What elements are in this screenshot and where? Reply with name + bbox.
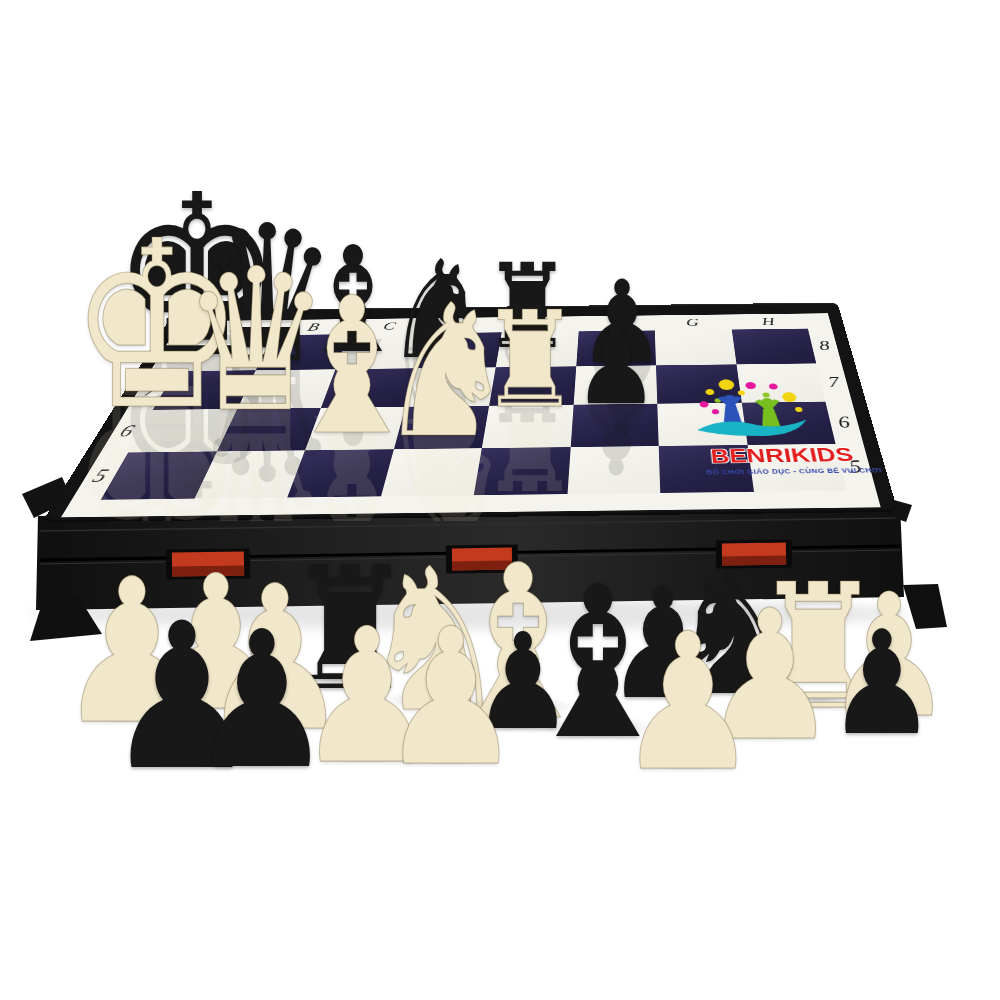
board-square-f6 [570, 404, 658, 447]
rank-label-right-8: 8 [817, 338, 831, 353]
file-label-g: G [686, 316, 700, 329]
board-square-f5 [567, 446, 660, 494]
board-square-e6 [482, 405, 573, 448]
file-label-h: H [761, 315, 776, 328]
board-square-b8 [255, 334, 348, 370]
product-photo-scene: ABCDEFGH88776655 [0, 0, 1000, 1000]
board-square-e8 [496, 331, 579, 367]
file-label-e: E [535, 318, 547, 331]
board-coordinates: ABCDEFGH88776655 [181, 313, 828, 321]
board-square-d7 [405, 367, 496, 406]
board-square-e7 [489, 366, 576, 405]
file-label-f: F [611, 317, 622, 330]
brand-name: BENRIKIDS [710, 444, 896, 468]
file-label-d: D [457, 319, 473, 332]
board-square-f7 [573, 365, 657, 404]
file-label-a: A [229, 321, 247, 334]
rank-label-left-5: 5 [88, 466, 112, 487]
rank-label-left-8: 8 [164, 346, 183, 361]
case-foot-right [903, 584, 947, 629]
board-square-g8 [655, 330, 736, 366]
board-square-d8 [416, 332, 502, 368]
board-square-b7 [237, 369, 336, 409]
rank-label-left-7: 7 [141, 382, 162, 399]
board-square-c8 [335, 333, 425, 369]
file-label-b: B [305, 320, 321, 333]
board-square-d5 [381, 448, 482, 496]
board-square-h8 [731, 329, 816, 365]
board-square-d6 [393, 406, 489, 449]
latch-center [446, 544, 518, 573]
latch-left [166, 548, 250, 579]
brand-tagline: ĐỒ CHƠI GIÁO DỤC - CÙNG BÉ VUI CHƠI [706, 466, 908, 476]
brand-logo-graphic [690, 377, 815, 444]
board-square-e5 [474, 447, 570, 495]
rank-label-right-7: 7 [826, 374, 841, 391]
board-square-c7 [321, 368, 416, 408]
rank-label-left-6: 6 [116, 422, 138, 440]
board-print: ABCDEFGH88776655 [61, 313, 881, 517]
board-square-c5 [287, 449, 393, 497]
board-square-c6 [305, 407, 405, 451]
board-square-f8 [576, 330, 656, 366]
rank-label-right-6: 6 [836, 413, 852, 431]
latch-right [716, 539, 792, 568]
file-label-c: C [381, 320, 397, 333]
board-top: ABCDEFGH88776655 [42, 302, 898, 522]
